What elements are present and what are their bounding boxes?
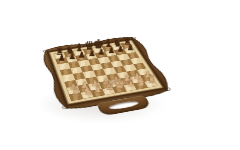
square-d5 <box>90 63 103 70</box>
handle-cutout <box>108 100 140 111</box>
product-photo: ♜♞♝♛♚♝♞♜♟♟♟♟♟♟♟♟♟♟♟♟♟♟♟♟♜♞♝♛♚♝♞♜ <box>0 0 240 150</box>
